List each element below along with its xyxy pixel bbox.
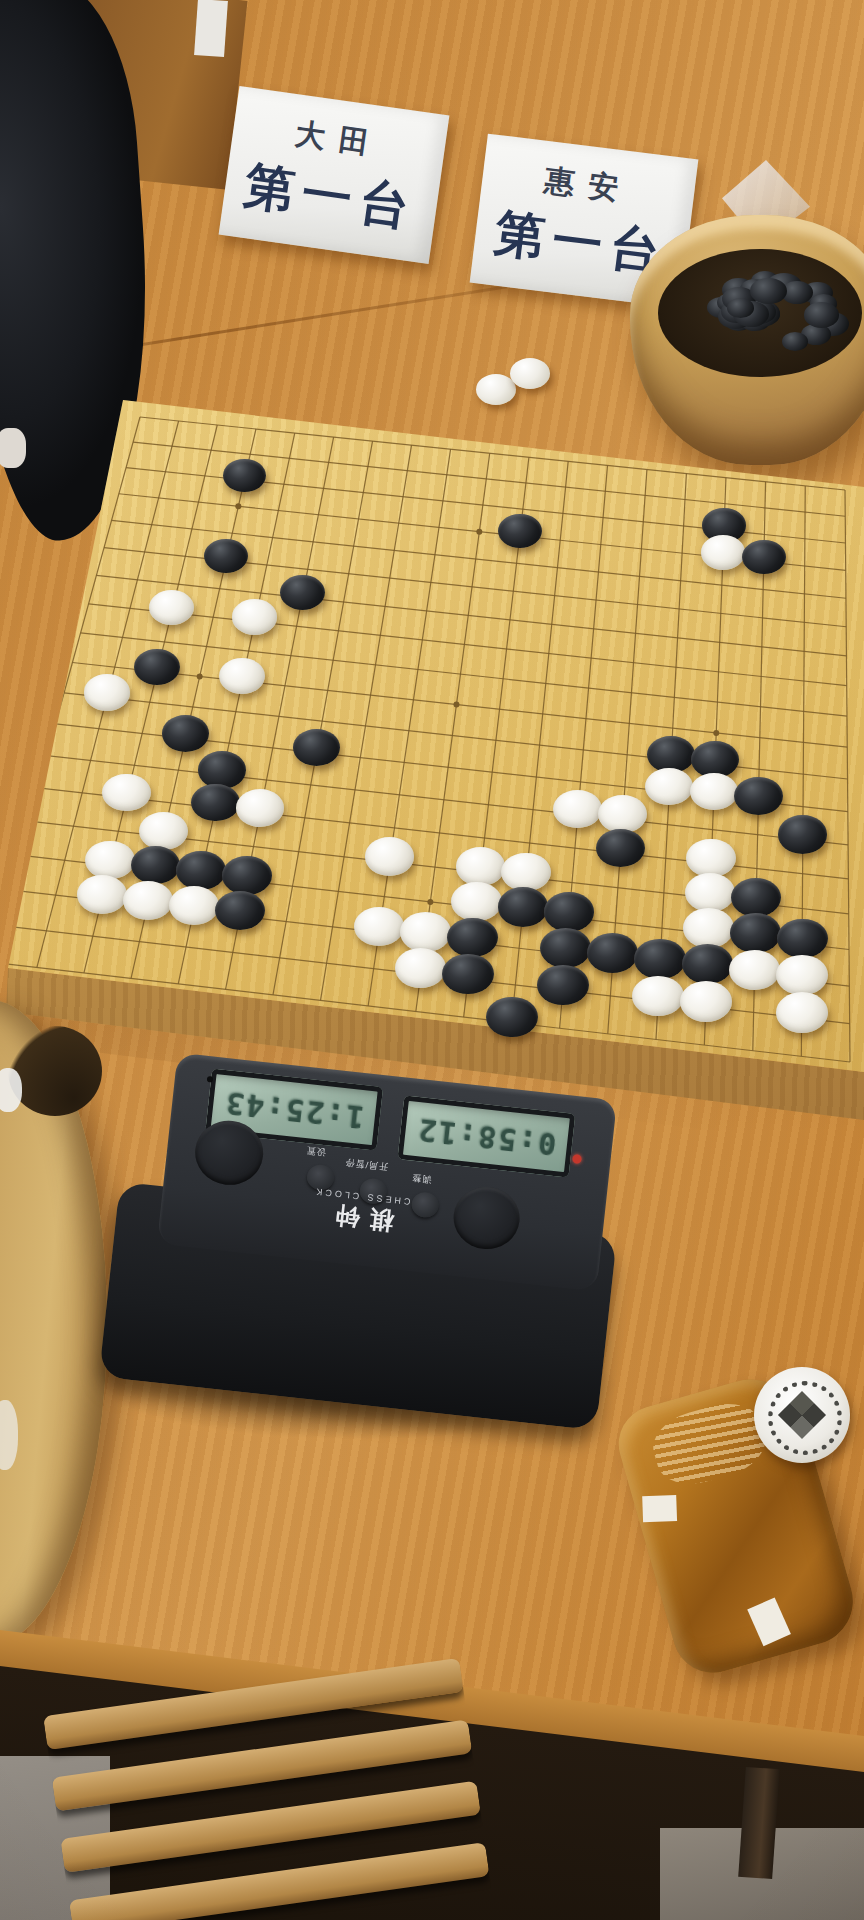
- bottle-label-chip: [747, 1597, 791, 1646]
- black-stone: [176, 851, 226, 890]
- white-stone: [123, 881, 173, 920]
- clock-button-label: 设置: [305, 1143, 326, 1158]
- black-stone: [778, 815, 827, 853]
- bowl-cavity: [658, 249, 862, 377]
- white-stone: [400, 912, 451, 952]
- white-stone: [701, 535, 745, 570]
- white-stone: [102, 774, 150, 812]
- clock-red-led: [572, 1154, 582, 1164]
- clock-button-label: 开局/暂停: [344, 1155, 389, 1173]
- black-stone: [777, 919, 828, 959]
- black-stone: [734, 777, 782, 815]
- black-stone: [198, 751, 246, 788]
- black-stone: [442, 954, 493, 994]
- white-stone: [232, 599, 277, 634]
- clock-player-button-right: [450, 1184, 522, 1253]
- white-stone: [451, 882, 501, 921]
- card-region-label: 惠安: [542, 160, 634, 211]
- white-stone: [680, 981, 732, 1022]
- black-stone: [486, 997, 538, 1038]
- card-table-label: 第一台: [240, 152, 422, 243]
- bowl-black-stone: [727, 298, 754, 317]
- clock-time-right: 0:58:12: [415, 1112, 558, 1162]
- white-stone: [456, 847, 506, 886]
- clock-adjust-button: [410, 1191, 440, 1219]
- black-stone: [280, 575, 325, 610]
- black-stone: [544, 892, 594, 931]
- black-stone: [634, 939, 685, 979]
- black-stone: [215, 891, 265, 930]
- black-stone: [222, 856, 272, 895]
- white-stone: [77, 875, 127, 914]
- card-region-label: 大田: [293, 113, 386, 166]
- white-stone: [776, 955, 828, 995]
- white-stone: [169, 886, 219, 925]
- black-stone: [498, 887, 548, 926]
- captured-white-stone: [510, 358, 550, 389]
- black-stone: [596, 829, 645, 867]
- black-stone: [682, 944, 733, 984]
- black-stone: [537, 965, 589, 1005]
- bowl-black-stone: [804, 302, 839, 327]
- black-stone: [223, 459, 266, 492]
- white-stone: [139, 812, 188, 850]
- black-stone: [134, 649, 180, 685]
- bowl-black-stone: [782, 332, 808, 351]
- name-card-left: 大田 第一台: [219, 86, 450, 264]
- black-stone: [498, 514, 542, 548]
- white-stone: [685, 873, 735, 912]
- bottle-label-chip: [642, 1495, 677, 1522]
- clock-button-label: 调整: [411, 1171, 432, 1186]
- black-stone: [293, 729, 341, 766]
- black-stone: [204, 539, 248, 574]
- white-stone: [683, 908, 734, 948]
- wall-sliver: [194, 0, 228, 57]
- bottle-cap: [754, 1367, 850, 1463]
- black-stone: [191, 784, 239, 822]
- black-stone: [730, 913, 781, 953]
- white-stone: [690, 773, 738, 811]
- white-stone: [501, 853, 551, 892]
- white-stone: [776, 992, 828, 1033]
- white-stone: [729, 950, 780, 990]
- black-stone: [742, 540, 786, 575]
- bowl-black-stone: [750, 278, 787, 305]
- white-stone: [85, 841, 134, 880]
- white-stone: [686, 839, 736, 878]
- clock-brand: 棋钟 CHESS CLOCK: [310, 1186, 411, 1238]
- plastic-bag: [0, 1068, 22, 1112]
- white-stone: [84, 674, 131, 710]
- white-stone: [632, 976, 684, 1016]
- white-stone: [236, 789, 285, 827]
- clock-lcd-right: 0:58:12: [397, 1095, 575, 1177]
- black-stone: [447, 918, 498, 958]
- go-board: [0, 390, 864, 1130]
- black-stone: [162, 715, 209, 752]
- tea-bottle: [636, 1345, 864, 1675]
- photo-scene: 大田 第一台 惠安 第一台 1:25:43 0:58:12 设置 开局: [0, 0, 864, 1920]
- white-stone: [365, 837, 414, 876]
